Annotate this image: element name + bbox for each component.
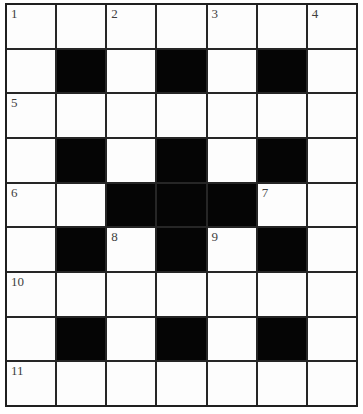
white-cell-r9c2[interactable]	[57, 362, 105, 405]
clue-number: 5	[11, 95, 18, 110]
black-cell-r8c2	[57, 318, 105, 361]
black-cell-r4c6	[258, 139, 306, 182]
white-cell-r2c7[interactable]	[308, 50, 356, 93]
white-cell-r6c3[interactable]: 8	[107, 228, 155, 271]
clue-number: 1	[11, 6, 18, 21]
white-cell-r3c4[interactable]	[157, 94, 205, 137]
black-cell-r8c4	[157, 318, 205, 361]
white-cell-r6c7[interactable]	[308, 228, 356, 271]
white-cell-r5c2[interactable]	[57, 184, 105, 227]
white-cell-r2c1[interactable]	[7, 50, 55, 93]
clue-number: 8	[111, 229, 118, 244]
white-cell-r9c4[interactable]	[157, 362, 205, 405]
white-cell-r7c2[interactable]	[57, 273, 105, 316]
white-cell-r3c6[interactable]	[258, 94, 306, 137]
white-cell-r8c3[interactable]	[107, 318, 155, 361]
black-cell-r5c4	[157, 184, 205, 227]
clue-number: 9	[212, 229, 219, 244]
white-cell-r7c6[interactable]	[258, 273, 306, 316]
clue-number: 4	[312, 6, 319, 21]
white-cell-r3c1[interactable]: 5	[7, 94, 55, 137]
clue-number: 10	[11, 274, 24, 289]
black-cell-r6c6	[258, 228, 306, 271]
black-cell-r2c6	[258, 50, 306, 93]
white-cell-r5c6[interactable]: 7	[258, 184, 306, 227]
white-cell-r5c1[interactable]: 6	[7, 184, 55, 227]
white-cell-r3c3[interactable]	[107, 94, 155, 137]
white-cell-r1c6[interactable]	[258, 5, 306, 48]
white-cell-r7c3[interactable]	[107, 273, 155, 316]
white-cell-r6c5[interactable]: 9	[208, 228, 256, 271]
white-cell-r2c3[interactable]	[107, 50, 155, 93]
white-cell-r1c3[interactable]: 2	[107, 5, 155, 48]
white-cell-r7c4[interactable]	[157, 273, 205, 316]
clue-number: 6	[11, 185, 18, 200]
crossword-board: 1234567891011	[5, 3, 358, 407]
black-cell-r2c2	[57, 50, 105, 93]
white-cell-r1c4[interactable]	[157, 5, 205, 48]
white-cell-r8c5[interactable]	[208, 318, 256, 361]
black-cell-r5c5	[208, 184, 256, 227]
white-cell-r1c5[interactable]: 3	[208, 5, 256, 48]
white-cell-r1c7[interactable]: 4	[308, 5, 356, 48]
clue-number: 11	[11, 363, 24, 378]
black-cell-r2c4	[157, 50, 205, 93]
clue-number: 2	[111, 6, 118, 21]
white-cell-r9c1[interactable]: 11	[7, 362, 55, 405]
white-cell-r4c7[interactable]	[308, 139, 356, 182]
white-cell-r9c3[interactable]	[107, 362, 155, 405]
white-cell-r4c3[interactable]	[107, 139, 155, 182]
white-cell-r7c1[interactable]: 10	[7, 273, 55, 316]
white-cell-r3c5[interactable]	[208, 94, 256, 137]
clue-number: 3	[212, 6, 219, 21]
black-cell-r6c4	[157, 228, 205, 271]
white-cell-r1c1[interactable]: 1	[7, 5, 55, 48]
white-cell-r3c2[interactable]	[57, 94, 105, 137]
white-cell-r6c1[interactable]	[7, 228, 55, 271]
white-cell-r5c7[interactable]	[308, 184, 356, 227]
white-cell-r8c7[interactable]	[308, 318, 356, 361]
clue-number: 7	[262, 185, 269, 200]
white-cell-r8c1[interactable]	[7, 318, 55, 361]
black-cell-r8c6	[258, 318, 306, 361]
white-cell-r1c2[interactable]	[57, 5, 105, 48]
black-cell-r5c3	[107, 184, 155, 227]
black-cell-r6c2	[57, 228, 105, 271]
white-cell-r9c6[interactable]	[258, 362, 306, 405]
white-cell-r4c1[interactable]	[7, 139, 55, 182]
white-cell-r9c5[interactable]	[208, 362, 256, 405]
white-cell-r9c7[interactable]	[308, 362, 356, 405]
white-cell-r4c5[interactable]	[208, 139, 256, 182]
black-cell-r4c2	[57, 139, 105, 182]
white-cell-r7c7[interactable]	[308, 273, 356, 316]
white-cell-r7c5[interactable]	[208, 273, 256, 316]
white-cell-r3c7[interactable]	[308, 94, 356, 137]
black-cell-r4c4	[157, 139, 205, 182]
white-cell-r2c5[interactable]	[208, 50, 256, 93]
